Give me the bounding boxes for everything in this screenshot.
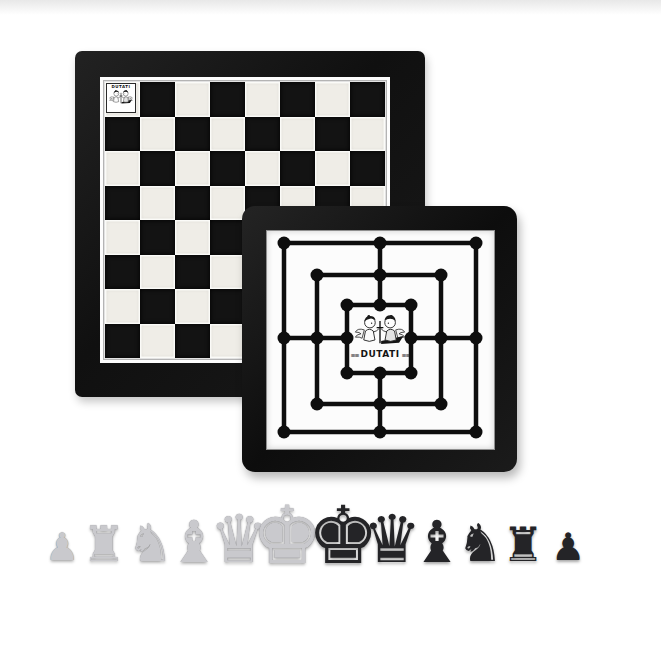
chess-square-a6[interactable]: [105, 151, 140, 186]
chess-square-h6[interactable]: [350, 151, 385, 186]
chess-square-c4[interactable]: [175, 220, 210, 255]
chess-square-b6[interactable]: [140, 151, 175, 186]
chess-square-c6[interactable]: [175, 151, 210, 186]
chess-square-c8[interactable]: [175, 82, 210, 117]
chess-square-f7[interactable]: [280, 117, 315, 152]
chess-square-e7[interactable]: [245, 117, 280, 152]
logo-flourish-right-icon: ≡≡: [401, 352, 409, 357]
chess-square-b7[interactable]: [140, 117, 175, 152]
dutati-cherubs-icon: [352, 313, 408, 349]
chess-square-d2[interactable]: [210, 289, 245, 324]
black-bishop[interactable]: ♝: [411, 513, 463, 571]
dutati-cherubs-icon: [108, 89, 134, 106]
chess-corner-brand-tile: DUTATI: [106, 83, 136, 113]
white-knight[interactable]: ♞: [127, 517, 174, 569]
chess-square-g8[interactable]: [315, 82, 350, 117]
chess-square-c7[interactable]: [175, 117, 210, 152]
chess-square-a2[interactable]: [105, 289, 140, 324]
black-rook[interactable]: ♜: [502, 521, 544, 568]
white-pawn[interactable]: ♟: [45, 528, 79, 566]
black-knight[interactable]: ♞: [457, 517, 504, 569]
chess-square-a3[interactable]: [105, 255, 140, 290]
chess-square-a7[interactable]: [105, 117, 140, 152]
chess-square-b5[interactable]: [140, 186, 175, 221]
morris-board: ≡≡ DUTATI ≡≡: [242, 206, 517, 472]
chess-square-a4[interactable]: [105, 220, 140, 255]
chess-square-b2[interactable]: [140, 289, 175, 324]
chess-square-d3[interactable]: [210, 255, 245, 290]
chess-square-f8[interactable]: [280, 82, 315, 117]
chess-square-c2[interactable]: [175, 289, 210, 324]
chess-square-d8[interactable]: [210, 82, 245, 117]
chess-square-c3[interactable]: [175, 255, 210, 290]
chess-square-c5[interactable]: [175, 186, 210, 221]
chess-square-b1[interactable]: [140, 324, 175, 359]
chess-square-e6[interactable]: [245, 151, 280, 186]
black-pawn[interactable]: ♟: [551, 528, 585, 566]
product-photo-stage: DUTATI: [0, 0, 661, 661]
morris-panel[interactable]: ≡≡ DUTATI ≡≡: [266, 230, 495, 450]
white-rook[interactable]: ♜: [82, 520, 126, 569]
chess-square-d6[interactable]: [210, 151, 245, 186]
chess-square-b3[interactable]: [140, 255, 175, 290]
chess-square-b4[interactable]: [140, 220, 175, 255]
chess-square-b8[interactable]: [140, 82, 175, 117]
chess-square-d4[interactable]: [210, 220, 245, 255]
logo-flourish-left-icon: ≡≡: [350, 352, 358, 357]
chess-square-f6[interactable]: [280, 151, 315, 186]
chess-square-a5[interactable]: [105, 186, 140, 221]
chess-square-a1[interactable]: [105, 324, 140, 359]
chess-square-g6[interactable]: [315, 151, 350, 186]
brand-name: DUTATI: [361, 350, 400, 359]
chess-square-g7[interactable]: [315, 117, 350, 152]
chess-square-d1[interactable]: [210, 324, 245, 359]
chess-square-h8[interactable]: [350, 82, 385, 117]
chess-square-d5[interactable]: [210, 186, 245, 221]
chess-square-d7[interactable]: [210, 117, 245, 152]
chess-square-h7[interactable]: [350, 117, 385, 152]
chess-square-c1[interactable]: [175, 324, 210, 359]
morris-center-brand: ≡≡ DUTATI ≡≡: [349, 313, 411, 369]
chess-square-e8[interactable]: [245, 82, 280, 117]
